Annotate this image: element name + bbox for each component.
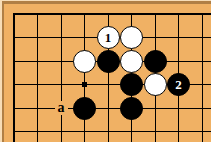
intersection [167,2,191,26]
black-stone [97,50,120,73]
intersection [190,120,211,142]
intersection [120,49,144,73]
intersection [143,2,167,26]
black-stone [120,73,143,96]
intersection [120,120,144,142]
intersection [167,96,191,120]
intersection [167,26,191,50]
intersection [2,96,26,120]
intersection [96,2,120,26]
intersection [26,49,50,73]
intersection [190,2,211,26]
intersection [26,120,50,142]
intersection [190,73,211,97]
black-stone [73,97,96,120]
intersection [2,26,26,50]
intersection [190,26,211,50]
intersection [73,2,97,26]
intersection [49,73,73,97]
intersection [2,120,26,142]
black-stone [144,50,167,73]
board-bevel-light-top [0,0,211,1]
intersection [73,96,97,120]
white-stone [120,50,143,73]
intersection [26,2,50,26]
intersection [96,49,120,73]
intersection [96,96,120,120]
intersection: 1 [96,26,120,50]
intersection [26,26,50,50]
move-number-label: 2 [175,78,182,91]
intersection [190,49,211,73]
intersection [49,26,73,50]
black-stone [120,97,143,120]
intersection [26,96,50,120]
intersection [49,49,73,73]
intersection [49,2,73,26]
white-stone [73,50,96,73]
intersection [143,49,167,73]
intersection [120,73,144,97]
intersection [73,73,97,97]
intersection [73,120,97,142]
intersection [143,96,167,120]
intersection [190,96,211,120]
intersection [143,73,167,97]
white-stone-move-1: 1 [97,26,120,49]
intersection [167,120,191,142]
intersection [143,120,167,142]
star-point [82,82,87,87]
intersection [167,49,191,73]
intersection [120,96,144,120]
intersection [96,120,120,142]
intersection [73,26,97,50]
intersection: 2 [167,73,191,97]
intersection [143,26,167,50]
intersection: a [49,96,73,120]
intersection [26,73,50,97]
black-stone-move-2: 2 [167,73,190,96]
go-board-grid: 12a [2,2,211,142]
go-board: 12a [0,0,211,142]
white-stone [120,26,143,49]
intersection [96,73,120,97]
white-stone [144,73,167,96]
intersection [120,26,144,50]
intersection [2,73,26,97]
intersection [2,2,26,26]
intersection [73,49,97,73]
intersection [49,120,73,142]
intersection [120,2,144,26]
intersection [2,49,26,73]
point-label-a: a [55,101,68,115]
move-number-label: 1 [105,31,112,44]
